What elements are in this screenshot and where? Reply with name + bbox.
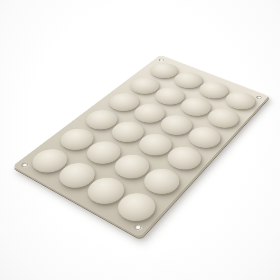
silicone-mold — [12, 55, 269, 238]
cavity-grid — [13, 55, 269, 237]
photo-background — [0, 0, 280, 280]
